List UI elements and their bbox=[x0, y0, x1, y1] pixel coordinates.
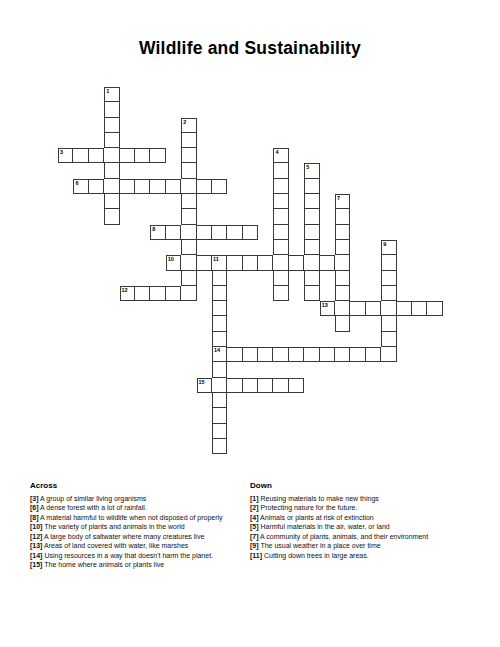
grid-cell[interactable] bbox=[273, 378, 288, 393]
grid-cell[interactable] bbox=[227, 347, 242, 362]
grid-cell[interactable] bbox=[104, 102, 119, 117]
grid-cell[interactable] bbox=[89, 148, 104, 163]
grid-cell[interactable] bbox=[212, 332, 227, 347]
grid-cell[interactable] bbox=[335, 225, 350, 240]
grid-cell[interactable] bbox=[181, 255, 196, 270]
grid-cell[interactable] bbox=[181, 163, 196, 178]
grid-cell[interactable] bbox=[181, 194, 196, 209]
crossword-grid: 123456789101112131415 bbox=[58, 87, 443, 454]
across-clue-8: [8] A material harmful to wildlife when … bbox=[30, 513, 235, 523]
down-clue-7: [7] A community of plants, animals, and … bbox=[250, 532, 490, 542]
across-clue-6: [6] A dense forest with a lot of rainfal… bbox=[30, 503, 235, 513]
grid-cell[interactable]: 8 bbox=[150, 225, 165, 240]
grid-cell[interactable] bbox=[243, 225, 258, 240]
down-clue-5: [5] Harmful materials in the air, water,… bbox=[250, 522, 490, 532]
grid-cell[interactable] bbox=[135, 148, 150, 163]
across-clue-15: [15] The home where animals or plants li… bbox=[30, 560, 235, 570]
grid-cell[interactable]: 9 bbox=[381, 240, 396, 255]
grid-cell[interactable] bbox=[212, 301, 227, 316]
grid-cell[interactable] bbox=[289, 347, 304, 362]
grid-cell[interactable] bbox=[335, 209, 350, 224]
down-clue-2: [2] Protecting nature for the future. bbox=[250, 503, 490, 513]
clue-number: 11 bbox=[213, 256, 219, 263]
grid-cell[interactable] bbox=[73, 148, 88, 163]
grid-cell[interactable]: 14 bbox=[212, 347, 227, 362]
grid-cell[interactable] bbox=[89, 179, 104, 194]
grid-cell[interactable] bbox=[320, 255, 335, 270]
grid-cell[interactable] bbox=[135, 179, 150, 194]
grid-cell[interactable]: 6 bbox=[73, 179, 88, 194]
across-clue-14: [14] Using resources in a way that doesn… bbox=[30, 551, 235, 561]
grid-cell[interactable] bbox=[381, 286, 396, 301]
grid-cell[interactable] bbox=[212, 378, 227, 393]
grid-cell[interactable] bbox=[150, 286, 165, 301]
grid-cell[interactable] bbox=[181, 240, 196, 255]
grid-cell[interactable] bbox=[289, 255, 304, 270]
grid-cell[interactable] bbox=[104, 133, 119, 148]
clue-number: 4 bbox=[275, 149, 278, 156]
grid-cell[interactable]: 11 bbox=[212, 255, 227, 270]
grid-cell[interactable] bbox=[366, 301, 381, 316]
grid-cell[interactable] bbox=[350, 301, 365, 316]
grid-cell[interactable]: 4 bbox=[273, 148, 288, 163]
clue-number: 2 bbox=[183, 119, 186, 126]
grid-cell[interactable] bbox=[335, 240, 350, 255]
grid-cell[interactable] bbox=[381, 332, 396, 347]
clue-number: 3 bbox=[60, 149, 63, 156]
grid-cell[interactable] bbox=[304, 179, 319, 194]
grid-cell[interactable] bbox=[197, 225, 212, 240]
across-clue-13: [13] Areas of land covered with water, l… bbox=[30, 541, 235, 551]
grid-cell[interactable] bbox=[243, 378, 258, 393]
grid-cell[interactable] bbox=[181, 133, 196, 148]
grid-cell[interactable] bbox=[166, 179, 181, 194]
grid-cell[interactable] bbox=[135, 286, 150, 301]
grid-cell[interactable] bbox=[104, 194, 119, 209]
down-header: Down bbox=[250, 481, 490, 490]
grid-cell[interactable]: 13 bbox=[320, 301, 335, 316]
grid-cell[interactable] bbox=[212, 424, 227, 439]
grid-cell[interactable] bbox=[166, 225, 181, 240]
clue-number: 7 bbox=[337, 195, 340, 202]
grid-cell[interactable] bbox=[335, 271, 350, 286]
down-clue-4: [4] Animals or plants at risk of extinct… bbox=[250, 513, 490, 523]
clue-number: 6 bbox=[75, 180, 78, 187]
grid-cell[interactable] bbox=[335, 255, 350, 270]
grid-cell[interactable] bbox=[381, 255, 396, 270]
grid-cell[interactable] bbox=[243, 255, 258, 270]
grid-cell[interactable] bbox=[212, 271, 227, 286]
grid-cell[interactable]: 12 bbox=[120, 286, 135, 301]
grid-cell[interactable] bbox=[335, 316, 350, 331]
grid-cell[interactable] bbox=[181, 286, 196, 301]
grid-cell[interactable] bbox=[243, 347, 258, 362]
puzzle-title: Wildlife and Sustainability bbox=[0, 38, 500, 59]
grid-cell[interactable] bbox=[104, 118, 119, 133]
grid-cell[interactable] bbox=[212, 225, 227, 240]
grid-cell[interactable] bbox=[381, 347, 396, 362]
grid-cell[interactable] bbox=[335, 301, 350, 316]
clue-number: 9 bbox=[383, 241, 386, 248]
grid-cell[interactable] bbox=[181, 179, 196, 194]
grid-cell[interactable] bbox=[381, 271, 396, 286]
clue-number: 5 bbox=[306, 164, 309, 171]
grid-cell[interactable] bbox=[350, 347, 365, 362]
down-clues-section: Down [1] Reusing materials to make new t… bbox=[250, 481, 490, 560]
grid-cell[interactable] bbox=[304, 225, 319, 240]
clue-number: 15 bbox=[199, 379, 205, 386]
grid-cell[interactable] bbox=[427, 301, 442, 316]
grid-cell[interactable] bbox=[104, 179, 119, 194]
grid-cell[interactable] bbox=[304, 255, 319, 270]
grid-cell[interactable] bbox=[381, 316, 396, 331]
grid-cell[interactable] bbox=[120, 179, 135, 194]
grid-cell[interactable] bbox=[335, 286, 350, 301]
clue-number: 12 bbox=[122, 287, 128, 294]
across-clues-section: Across [3] A group of similar living org… bbox=[30, 481, 235, 570]
clue-number: 1 bbox=[106, 88, 109, 95]
grid-cell[interactable] bbox=[104, 148, 119, 163]
grid-cell[interactable] bbox=[212, 179, 227, 194]
grid-cell[interactable] bbox=[273, 209, 288, 224]
grid-cell[interactable] bbox=[212, 286, 227, 301]
grid-cell[interactable] bbox=[304, 271, 319, 286]
grid-cell[interactable] bbox=[181, 148, 196, 163]
grid-cell[interactable] bbox=[273, 255, 288, 270]
grid-cell[interactable] bbox=[412, 301, 427, 316]
grid-cell[interactable] bbox=[227, 225, 242, 240]
grid-cell[interactable] bbox=[181, 271, 196, 286]
grid-cell[interactable] bbox=[273, 286, 288, 301]
clue-number: 10 bbox=[168, 256, 174, 263]
clue-number: 8 bbox=[152, 226, 155, 233]
grid-cell[interactable] bbox=[212, 439, 227, 454]
clue-number: 14 bbox=[214, 347, 220, 354]
grid-cell[interactable] bbox=[166, 286, 181, 301]
grid-cell[interactable]: 7 bbox=[335, 194, 350, 209]
grid-cell[interactable] bbox=[120, 148, 135, 163]
grid-cell[interactable]: 1 bbox=[104, 87, 119, 102]
grid-cell[interactable] bbox=[212, 316, 227, 331]
grid-cell[interactable] bbox=[320, 347, 335, 362]
grid-cell[interactable] bbox=[397, 301, 412, 316]
across-clue-10: [10] The variety of plants and animals i… bbox=[30, 522, 235, 532]
grid-cell[interactable] bbox=[104, 209, 119, 224]
across-header: Across bbox=[30, 481, 235, 490]
down-clue-11: [11] Cutting down trees in large areas. bbox=[250, 551, 490, 561]
grid-cell[interactable] bbox=[289, 378, 304, 393]
across-clue-3: [3] A group of similar living organisms bbox=[30, 494, 235, 504]
grid-cell[interactable] bbox=[381, 301, 396, 316]
grid-cell[interactable] bbox=[304, 240, 319, 255]
grid-cell[interactable] bbox=[197, 255, 212, 270]
clue-number: 13 bbox=[322, 302, 328, 309]
grid-cell[interactable] bbox=[273, 179, 288, 194]
grid-cell[interactable] bbox=[273, 194, 288, 209]
grid-cell[interactable] bbox=[366, 347, 381, 362]
grid-cell[interactable] bbox=[304, 286, 319, 301]
grid-cell[interactable] bbox=[258, 255, 273, 270]
grid-cell[interactable] bbox=[304, 209, 319, 224]
grid-cell[interactable] bbox=[273, 347, 288, 362]
across-clue-list: [3] A group of similar living organisms[… bbox=[30, 494, 235, 570]
grid-cell[interactable]: 3 bbox=[58, 148, 73, 163]
grid-cell[interactable] bbox=[104, 163, 119, 178]
grid-cell[interactable] bbox=[181, 209, 196, 224]
grid-cell[interactable]: 5 bbox=[304, 163, 319, 178]
grid-cell[interactable]: 10 bbox=[166, 255, 181, 270]
grid-cell[interactable] bbox=[150, 148, 165, 163]
grid-cell[interactable]: 2 bbox=[181, 118, 196, 133]
grid-cell[interactable] bbox=[304, 347, 319, 362]
grid-cell[interactable] bbox=[227, 378, 242, 393]
grid-cell[interactable]: 15 bbox=[197, 378, 212, 393]
down-clue-list: [1] Reusing materials to make new things… bbox=[250, 494, 490, 561]
grid-cell[interactable] bbox=[150, 179, 165, 194]
grid-cell[interactable] bbox=[197, 179, 212, 194]
grid-cell[interactable] bbox=[181, 225, 196, 240]
grid-cell[interactable] bbox=[212, 408, 227, 423]
grid-cell[interactable] bbox=[335, 347, 350, 362]
grid-cell[interactable] bbox=[273, 271, 288, 286]
grid-cell[interactable] bbox=[273, 240, 288, 255]
across-clue-12: [12] A large body of saltwater where man… bbox=[30, 532, 235, 542]
grid-cell[interactable] bbox=[227, 255, 242, 270]
down-clue-9: [9] The usual weather in a place over ti… bbox=[250, 541, 490, 551]
grid-cell[interactable] bbox=[212, 393, 227, 408]
down-clue-1: [1] Reusing materials to make new things bbox=[250, 494, 490, 504]
grid-cell[interactable] bbox=[273, 225, 288, 240]
grid-cell[interactable] bbox=[258, 347, 273, 362]
grid-cell[interactable] bbox=[273, 163, 288, 178]
grid-cell[interactable] bbox=[304, 194, 319, 209]
grid-cell[interactable] bbox=[258, 378, 273, 393]
grid-cell[interactable] bbox=[212, 362, 227, 377]
